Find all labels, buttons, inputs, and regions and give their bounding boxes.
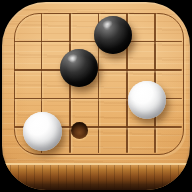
go-app-icon[interactable] bbox=[2, 2, 190, 190]
white-stone bbox=[23, 112, 62, 151]
board-knot-hole bbox=[71, 122, 88, 139]
black-stone bbox=[60, 49, 98, 87]
white-stone bbox=[128, 81, 166, 119]
black-stone bbox=[94, 16, 132, 54]
grid-line-horizontal bbox=[14, 69, 182, 71]
screenshot-background bbox=[0, 0, 192, 192]
board-side-edge bbox=[2, 163, 190, 190]
